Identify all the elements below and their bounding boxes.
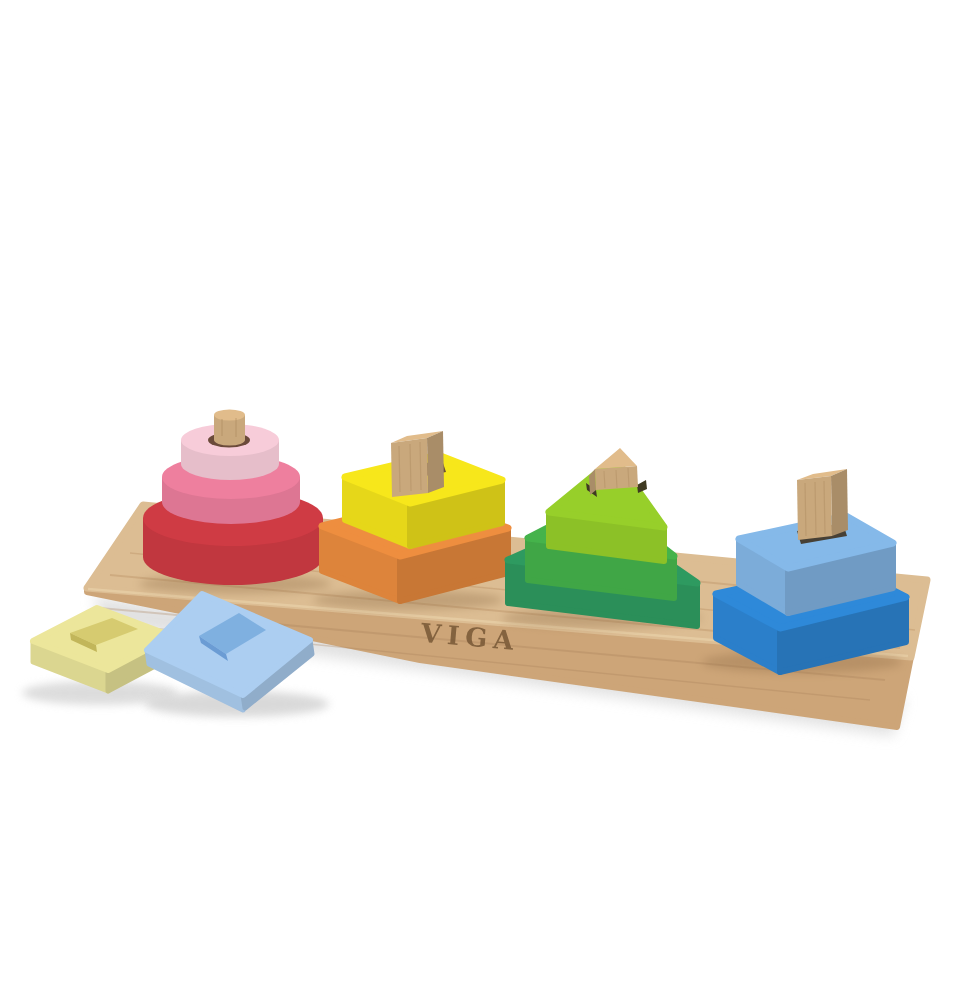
product-photo: VIGA bbox=[0, 0, 973, 1000]
square-peg-right-face bbox=[427, 431, 444, 493]
circle-stack bbox=[143, 410, 323, 586]
triangle-peg-top bbox=[595, 448, 637, 469]
warm-square-stack bbox=[322, 431, 508, 601]
cool-square-stack bbox=[716, 469, 906, 672]
triangle-hole-right bbox=[637, 480, 647, 493]
round-peg-top bbox=[214, 410, 245, 421]
triangle-stack bbox=[508, 448, 697, 626]
toy-illustration: VIGA bbox=[0, 0, 973, 1000]
square-peg-right-face bbox=[831, 469, 848, 536]
